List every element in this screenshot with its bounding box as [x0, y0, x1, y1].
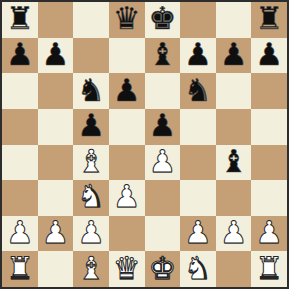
black-bishop-piece: ♝ [220, 146, 248, 177]
black-queen-piece: ♛ [113, 3, 141, 34]
white-bishop-piece: ♝ [77, 146, 105, 177]
square-c2[interactable]: ♟ [73, 216, 109, 252]
square-e2[interactable] [145, 216, 181, 252]
black-bishop-piece: ♝ [148, 39, 176, 70]
square-h4[interactable] [251, 145, 287, 181]
white-pawn-piece: ♟ [220, 217, 248, 248]
square-b4[interactable] [38, 145, 74, 181]
square-c8[interactable] [73, 2, 109, 38]
square-c6[interactable]: ♞ [73, 73, 109, 109]
square-a3[interactable] [2, 180, 38, 216]
square-d3[interactable]: ♟ [109, 180, 145, 216]
square-e4[interactable]: ♟ [145, 145, 181, 181]
black-pawn-piece: ♟ [184, 39, 212, 70]
square-b8[interactable] [38, 2, 74, 38]
square-b5[interactable] [38, 109, 74, 145]
square-d6[interactable]: ♟ [109, 73, 145, 109]
black-pawn-piece: ♟ [6, 39, 34, 70]
square-a5[interactable] [2, 109, 38, 145]
square-b7[interactable]: ♟ [38, 38, 74, 74]
square-b6[interactable] [38, 73, 74, 109]
square-e8[interactable]: ♚ [145, 2, 181, 38]
white-rook-piece: ♜ [255, 253, 283, 284]
white-pawn-piece: ♟ [148, 146, 176, 177]
square-e6[interactable] [145, 73, 181, 109]
square-h7[interactable]: ♟ [251, 38, 287, 74]
square-a4[interactable] [2, 145, 38, 181]
square-f1[interactable]: ♞ [180, 251, 216, 287]
square-a7[interactable]: ♟ [2, 38, 38, 74]
square-b1[interactable] [38, 251, 74, 287]
black-king-piece: ♚ [148, 3, 176, 34]
square-c1[interactable]: ♝ [73, 251, 109, 287]
square-g5[interactable] [216, 109, 252, 145]
white-pawn-piece: ♟ [77, 217, 105, 248]
square-b2[interactable]: ♟ [38, 216, 74, 252]
square-a6[interactable] [2, 73, 38, 109]
square-c4[interactable]: ♝ [73, 145, 109, 181]
square-h3[interactable] [251, 180, 287, 216]
square-b3[interactable] [38, 180, 74, 216]
white-knight-piece: ♞ [77, 181, 105, 212]
white-pawn-piece: ♟ [255, 217, 283, 248]
square-g7[interactable]: ♟ [216, 38, 252, 74]
square-f4[interactable] [180, 145, 216, 181]
white-rook-piece: ♜ [6, 253, 34, 284]
square-d1[interactable]: ♛ [109, 251, 145, 287]
square-g2[interactable]: ♟ [216, 216, 252, 252]
square-f8[interactable] [180, 2, 216, 38]
white-king-piece: ♚ [148, 253, 176, 284]
black-pawn-piece: ♟ [42, 39, 70, 70]
square-h1[interactable]: ♜ [251, 251, 287, 287]
square-a2[interactable]: ♟ [2, 216, 38, 252]
square-f3[interactable] [180, 180, 216, 216]
black-knight-piece: ♞ [77, 75, 105, 106]
square-h8[interactable]: ♜ [251, 2, 287, 38]
square-d7[interactable] [109, 38, 145, 74]
black-pawn-piece: ♟ [220, 39, 248, 70]
square-h5[interactable] [251, 109, 287, 145]
black-rook-piece: ♜ [6, 3, 34, 34]
square-c5[interactable]: ♟ [73, 109, 109, 145]
square-e7[interactable]: ♝ [145, 38, 181, 74]
white-pawn-piece: ♟ [184, 217, 212, 248]
white-pawn-piece: ♟ [113, 181, 141, 212]
square-d5[interactable] [109, 109, 145, 145]
square-g6[interactable] [216, 73, 252, 109]
white-pawn-piece: ♟ [6, 217, 34, 248]
black-pawn-piece: ♟ [77, 110, 105, 141]
square-a8[interactable]: ♜ [2, 2, 38, 38]
square-e3[interactable] [145, 180, 181, 216]
black-pawn-piece: ♟ [148, 110, 176, 141]
chess-board: ♜♛♚♜♟♟♝♟♟♟♞♟♞♟♟♝♟♝♞♟♟♟♟♟♟♟♜♝♛♚♞♜ [0, 0, 289, 289]
square-f2[interactable]: ♟ [180, 216, 216, 252]
square-g8[interactable] [216, 2, 252, 38]
square-d2[interactable] [109, 216, 145, 252]
black-pawn-piece: ♟ [113, 75, 141, 106]
square-a1[interactable]: ♜ [2, 251, 38, 287]
white-bishop-piece: ♝ [77, 253, 105, 284]
square-h2[interactable]: ♟ [251, 216, 287, 252]
square-g3[interactable] [216, 180, 252, 216]
black-pawn-piece: ♟ [255, 39, 283, 70]
white-pawn-piece: ♟ [42, 217, 70, 248]
square-g1[interactable] [216, 251, 252, 287]
white-queen-piece: ♛ [113, 253, 141, 284]
square-d8[interactable]: ♛ [109, 2, 145, 38]
square-e1[interactable]: ♚ [145, 251, 181, 287]
square-g4[interactable]: ♝ [216, 145, 252, 181]
black-knight-piece: ♞ [184, 75, 212, 106]
square-e5[interactable]: ♟ [145, 109, 181, 145]
square-h6[interactable] [251, 73, 287, 109]
square-d4[interactable] [109, 145, 145, 181]
square-c7[interactable] [73, 38, 109, 74]
white-knight-piece: ♞ [184, 253, 212, 284]
square-f6[interactable]: ♞ [180, 73, 216, 109]
square-f7[interactable]: ♟ [180, 38, 216, 74]
square-f5[interactable] [180, 109, 216, 145]
black-rook-piece: ♜ [255, 3, 283, 34]
square-c3[interactable]: ♞ [73, 180, 109, 216]
